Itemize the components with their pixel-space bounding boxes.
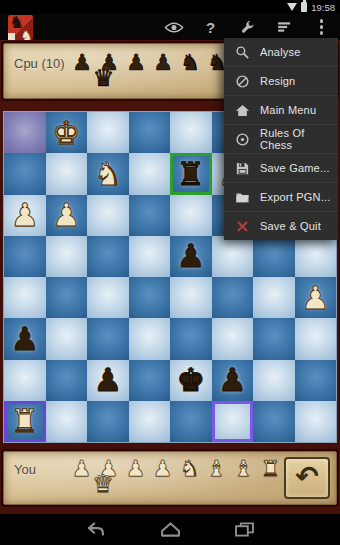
captured-black-queen: ♛	[89, 67, 119, 89]
square-c2[interactable]: ♟	[87, 360, 129, 401]
square-h5[interactable]	[295, 236, 337, 277]
levels-icon[interactable]	[266, 14, 303, 40]
square-d4[interactable]	[129, 277, 171, 318]
cpu-captured-tray: ♟♟♟♟♞♞♛	[69, 56, 231, 74]
captured-white-queen: ♛	[88, 473, 118, 495]
help-icon[interactable]: ?	[192, 14, 229, 40]
square-b2[interactable]	[46, 360, 88, 401]
square-d6[interactable]	[129, 195, 171, 236]
square-a3[interactable]: ♟	[4, 318, 46, 359]
square-g2[interactable]	[253, 360, 295, 401]
android-nav-bar	[0, 514, 340, 545]
captured-white-pawn: ♟	[149, 458, 176, 480]
black-pawn: ♟	[10, 323, 39, 355]
black-pawn: ♟	[93, 364, 122, 396]
square-g4[interactable]	[253, 277, 295, 318]
white-knight: ♞	[93, 158, 122, 190]
square-c1[interactable]	[87, 401, 129, 442]
square-f1[interactable]	[212, 401, 254, 442]
wrench-icon[interactable]	[229, 14, 266, 40]
no-entry-icon	[235, 74, 250, 89]
square-c7[interactable]: ♞	[87, 153, 129, 194]
square-a4[interactable]	[4, 277, 46, 318]
wifi-icon	[287, 3, 297, 11]
menu-item-export-pgn[interactable]: Export PGN...	[224, 183, 338, 212]
white-rook: ♜	[10, 405, 39, 437]
menu-item-save-game[interactable]: Save Game...	[224, 154, 338, 183]
logo-corner	[8, 33, 15, 40]
captured-white-rook: ♜	[257, 458, 284, 480]
black-pawn: ♟	[218, 364, 247, 396]
battery-icon	[301, 2, 307, 12]
square-f3[interactable]	[212, 318, 254, 359]
square-g5[interactable]	[253, 236, 295, 277]
square-d5[interactable]	[129, 236, 171, 277]
home-icon[interactable]	[158, 521, 182, 539]
square-a1[interactable]: ♜	[4, 401, 46, 442]
square-c8[interactable]	[87, 112, 129, 153]
menu-item-label: Export PGN...	[260, 191, 330, 203]
undo-button[interactable]: ↶	[284, 457, 330, 499]
menu-item-label: Analyse	[260, 46, 301, 58]
square-a8[interactable]	[4, 112, 46, 153]
cpu-player-label: Cpu (10)	[4, 56, 65, 71]
square-e4[interactable]	[170, 277, 212, 318]
eye-icon[interactable]	[155, 14, 192, 40]
black-rook: ♜	[176, 158, 205, 190]
clock: 19:58	[311, 2, 335, 13]
menu-item-save-quit[interactable]: Save & Quit	[224, 212, 338, 240]
square-g3[interactable]	[253, 318, 295, 359]
black-pawn: ♟	[176, 240, 205, 272]
overflow-menu-icon[interactable]	[303, 14, 340, 40]
square-b4[interactable]	[46, 277, 88, 318]
captured-white-knight: ♞	[176, 458, 203, 480]
square-c3[interactable]	[87, 318, 129, 359]
square-g1[interactable]	[253, 401, 295, 442]
square-a5[interactable]	[4, 236, 46, 277]
overflow-dropdown-menu: AnalyseResignMain MenuRules Of ChessSave…	[224, 38, 338, 240]
menu-item-analyse[interactable]: Analyse	[224, 38, 338, 67]
white-pawn: ♟	[10, 199, 39, 231]
menu-item-label: Save & Quit	[260, 220, 321, 232]
square-h2[interactable]	[295, 360, 337, 401]
white-pawn: ♟	[52, 199, 81, 231]
captured-black-pawn: ♟	[150, 52, 177, 74]
square-a6[interactable]: ♟	[4, 195, 46, 236]
square-h3[interactable]	[295, 318, 337, 359]
captured-black-pawn: ♟	[123, 52, 150, 74]
menu-item-label: Main Menu	[260, 104, 316, 116]
square-c4[interactable]	[87, 277, 129, 318]
status-bar: 19:58	[0, 0, 340, 14]
black-king: ♚	[176, 364, 205, 396]
menu-item-label: Rules Of Chess	[260, 127, 338, 151]
square-h4[interactable]: ♟	[295, 277, 337, 318]
you-captured-tray: ♟♟♟♟♞♝♝♜♛	[68, 462, 284, 480]
menu-item-rules-of-chess[interactable]: Rules Of Chess	[224, 125, 338, 154]
you-player-bar: You ♟♟♟♟♞♝♝♜♛ ↶	[3, 451, 337, 505]
square-c6[interactable]	[87, 195, 129, 236]
menu-item-label: Resign	[260, 75, 295, 87]
square-b7[interactable]	[46, 153, 88, 194]
undo-arrow-icon: ↶	[295, 460, 318, 493]
square-e7[interactable]: ♜	[170, 153, 212, 194]
square-e2[interactable]: ♚	[170, 360, 212, 401]
square-e3[interactable]	[170, 318, 212, 359]
chess-app-logo-icon: ♞ ♞	[8, 15, 33, 40]
folder-icon	[235, 190, 250, 205]
info-icon	[235, 132, 250, 147]
square-b6[interactable]: ♟	[46, 195, 88, 236]
square-d8[interactable]	[129, 112, 171, 153]
square-a2[interactable]	[4, 360, 46, 401]
square-f5[interactable]	[212, 236, 254, 277]
square-d7[interactable]	[129, 153, 171, 194]
square-c5[interactable]	[87, 236, 129, 277]
magnifier-icon	[235, 45, 250, 60]
menu-item-main-menu[interactable]: Main Menu	[224, 96, 338, 125]
home-icon	[235, 103, 250, 118]
square-a7[interactable]	[4, 153, 46, 194]
square-e1[interactable]	[170, 401, 212, 442]
square-b8[interactable]: ♚	[46, 112, 88, 153]
captured-white-pawn: ♟	[122, 458, 149, 480]
square-h1[interactable]	[295, 401, 337, 442]
square-b3[interactable]	[46, 318, 88, 359]
back-icon[interactable]	[84, 521, 108, 539]
white-pawn: ♟	[301, 282, 330, 314]
white-king: ♚	[52, 117, 81, 149]
phone-screen: 19:58 ♞ ♞ ?	[0, 0, 340, 545]
square-b5[interactable]	[46, 236, 88, 277]
square-d3[interactable]	[129, 318, 171, 359]
square-b1[interactable]	[46, 401, 88, 442]
captured-white-bishop: ♝	[203, 458, 230, 480]
close-red-icon	[235, 219, 250, 234]
recents-icon[interactable]	[232, 521, 256, 539]
square-f2[interactable]: ♟	[212, 360, 254, 401]
square-e5[interactable]: ♟	[170, 236, 212, 277]
action-bar: ♞ ♞ ?	[0, 14, 340, 40]
square-e8[interactable]	[170, 112, 212, 153]
menu-item-label: Save Game...	[260, 162, 330, 174]
captured-black-knight: ♞	[177, 52, 204, 74]
you-player-label: You	[4, 462, 64, 477]
square-e6[interactable]	[170, 195, 212, 236]
floppy-icon	[235, 161, 250, 176]
square-d1[interactable]	[129, 401, 171, 442]
menu-item-resign[interactable]: Resign	[224, 67, 338, 96]
square-d2[interactable]	[129, 360, 171, 401]
square-f4[interactable]	[212, 277, 254, 318]
captured-white-bishop: ♝	[230, 458, 257, 480]
